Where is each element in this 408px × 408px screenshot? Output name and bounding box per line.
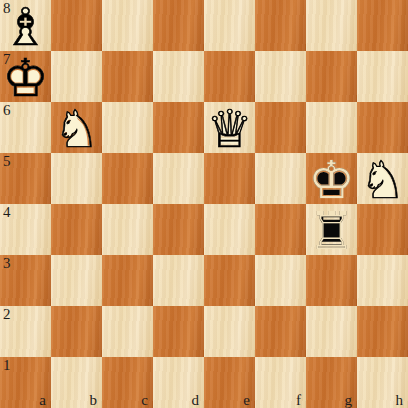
square-a3[interactable]: 3 (0, 255, 51, 306)
square-a8[interactable]: 8♝♗ (0, 0, 51, 51)
square-b7[interactable] (51, 51, 102, 102)
square-e1[interactable]: e (204, 357, 255, 408)
square-d5[interactable] (153, 153, 204, 204)
square-g3[interactable] (306, 255, 357, 306)
square-c7[interactable] (102, 51, 153, 102)
square-b1[interactable]: b (51, 357, 102, 408)
square-h8[interactable] (357, 0, 408, 51)
white-knight[interactable]: ♞♘ (51, 102, 102, 153)
square-d3[interactable] (153, 255, 204, 306)
square-e7[interactable] (204, 51, 255, 102)
square-e5[interactable] (204, 153, 255, 204)
file-label-e: e (243, 392, 250, 408)
black-rook-glyph-outline: ♖ (306, 204, 357, 255)
file-label-c: c (141, 392, 148, 408)
rank-label-4: 4 (3, 205, 11, 220)
white-queen[interactable]: ♛♕ (204, 102, 255, 153)
chess-board: 8♝♗7♚♔6♞♘♛♕5♚♔♞♘4♜♖321abcdefgh (0, 0, 408, 408)
square-a6[interactable]: 6 (0, 102, 51, 153)
square-a7[interactable]: 7♚♔ (0, 51, 51, 102)
square-e3[interactable] (204, 255, 255, 306)
file-label-a: a (39, 392, 46, 408)
white-king-glyph-outline: ♔ (0, 51, 51, 102)
white-bishop-glyph-outline: ♗ (0, 0, 51, 51)
square-h5[interactable]: ♞♘ (357, 153, 408, 204)
square-a4[interactable]: 4 (0, 204, 51, 255)
square-c3[interactable] (102, 255, 153, 306)
square-a1[interactable]: 1a (0, 357, 51, 408)
black-king-glyph-outline: ♔ (306, 153, 357, 204)
square-d4[interactable] (153, 204, 204, 255)
square-e6[interactable]: ♛♕ (204, 102, 255, 153)
square-c2[interactable] (102, 306, 153, 357)
square-f8[interactable] (255, 0, 306, 51)
square-d7[interactable] (153, 51, 204, 102)
square-f6[interactable] (255, 102, 306, 153)
square-f7[interactable] (255, 51, 306, 102)
file-label-h: h (396, 392, 404, 408)
square-h3[interactable] (357, 255, 408, 306)
square-h2[interactable] (357, 306, 408, 357)
square-f4[interactable] (255, 204, 306, 255)
square-e4[interactable] (204, 204, 255, 255)
square-g8[interactable] (306, 0, 357, 51)
square-g1[interactable]: g (306, 357, 357, 408)
square-b8[interactable] (51, 0, 102, 51)
square-c1[interactable]: c (102, 357, 153, 408)
square-a5[interactable]: 5 (0, 153, 51, 204)
square-b2[interactable] (51, 306, 102, 357)
white-queen-glyph-outline: ♕ (204, 102, 255, 153)
square-a2[interactable]: 2 (0, 306, 51, 357)
white-king[interactable]: ♚♔ (0, 51, 51, 102)
square-e2[interactable] (204, 306, 255, 357)
square-h4[interactable] (357, 204, 408, 255)
square-d1[interactable]: d (153, 357, 204, 408)
square-d2[interactable] (153, 306, 204, 357)
white-knight[interactable]: ♞♘ (357, 153, 408, 204)
white-knight-glyph-outline: ♘ (357, 153, 408, 204)
square-f5[interactable] (255, 153, 306, 204)
square-g5[interactable]: ♚♔ (306, 153, 357, 204)
square-e8[interactable] (204, 0, 255, 51)
square-c4[interactable] (102, 204, 153, 255)
black-rook[interactable]: ♜♖ (306, 204, 357, 255)
rank-label-5: 5 (3, 154, 11, 169)
black-king[interactable]: ♚♔ (306, 153, 357, 204)
square-d8[interactable] (153, 0, 204, 51)
square-g7[interactable] (306, 51, 357, 102)
square-f3[interactable] (255, 255, 306, 306)
square-c6[interactable] (102, 102, 153, 153)
square-c5[interactable] (102, 153, 153, 204)
square-b3[interactable] (51, 255, 102, 306)
rank-label-2: 2 (3, 307, 11, 322)
square-g4[interactable]: ♜♖ (306, 204, 357, 255)
rank-label-3: 3 (3, 256, 11, 271)
square-h1[interactable]: h (357, 357, 408, 408)
white-bishop[interactable]: ♝♗ (0, 0, 51, 51)
white-knight-glyph-outline: ♘ (51, 102, 102, 153)
file-label-d: d (192, 392, 200, 408)
square-b4[interactable] (51, 204, 102, 255)
rank-label-1: 1 (3, 358, 11, 373)
square-h6[interactable] (357, 102, 408, 153)
square-f1[interactable]: f (255, 357, 306, 408)
file-label-f: f (296, 392, 301, 408)
square-b6[interactable]: ♞♘ (51, 102, 102, 153)
square-h7[interactable] (357, 51, 408, 102)
square-b5[interactable] (51, 153, 102, 204)
file-label-b: b (90, 392, 98, 408)
square-c8[interactable] (102, 0, 153, 51)
square-g2[interactable] (306, 306, 357, 357)
file-label-g: g (345, 392, 353, 408)
square-g6[interactable] (306, 102, 357, 153)
square-f2[interactable] (255, 306, 306, 357)
square-d6[interactable] (153, 102, 204, 153)
